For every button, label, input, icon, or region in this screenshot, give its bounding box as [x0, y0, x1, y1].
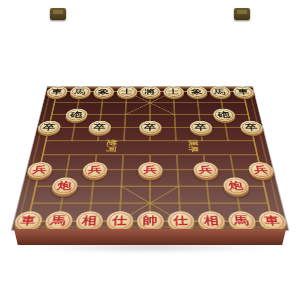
board-intersection: 車 [44, 86, 70, 97]
board-intersection: 砲 [211, 109, 238, 121]
xiangqi-piece-black[interactable]: 卒 [239, 121, 264, 134]
board-intersection: 卒 [86, 121, 113, 134]
river-inscription-han: 漢界 [182, 141, 203, 150]
board-intersection: 車 [230, 86, 256, 97]
board-intersection [114, 97, 139, 109]
xiangqi-piece-red[interactable]: 相 [197, 211, 226, 230]
board-intersection: 炮 [220, 178, 251, 194]
board-intersection [112, 121, 138, 134]
board-intersection [242, 148, 272, 163]
board-intersection [216, 148, 245, 163]
board-intersection: 卒 [237, 121, 265, 134]
board-intersection [162, 109, 187, 121]
board-intersection [20, 178, 52, 194]
board-intersection: 仕 [165, 212, 197, 231]
board-intersection: 馬 [225, 212, 259, 231]
board-intersection: 馬 [67, 86, 92, 97]
board-intersection [214, 134, 242, 148]
xiangqi-piece-red[interactable]: 炮 [222, 177, 250, 194]
board-intersection: 士 [115, 86, 139, 97]
xiangqi-set-photo: 楚河 漢界 車馬象士將士象馬車砲砲卒卒卒卒卒兵兵兵兵兵炮炮車馬相仕帥仕相馬車 [0, 0, 300, 300]
board-intersection: 兵 [136, 162, 164, 177]
board-intersection [136, 148, 163, 163]
board-intersection [251, 194, 284, 212]
board-intersection [38, 109, 65, 121]
board-intersection: 砲 [63, 109, 90, 121]
board-intersection [107, 178, 136, 194]
board-intersection [162, 97, 187, 109]
xiangqi-piece-black[interactable]: 車 [232, 86, 255, 97]
board-intersection [60, 121, 87, 134]
board-intersection [31, 134, 60, 148]
board-intersection [212, 121, 239, 134]
xiangqi-piece-black[interactable]: 卒 [189, 121, 213, 134]
board-intersection [45, 194, 77, 212]
board-intersection [113, 109, 138, 121]
board-intersection [209, 97, 235, 109]
river-char: 漢界 [185, 139, 201, 152]
board-intersection [78, 178, 108, 194]
latch-left-icon [50, 8, 66, 20]
board-intersection [41, 97, 67, 109]
xiangqi-piece-red[interactable]: 馬 [43, 211, 73, 230]
xiangqi-piece-black[interactable]: 卒 [139, 121, 161, 134]
xiangqi-piece-black[interactable]: 馬 [69, 86, 91, 97]
board-intersection [248, 178, 280, 194]
board-intersection [75, 194, 106, 212]
xiangqi-piece-black[interactable]: 卒 [88, 121, 112, 134]
board-intersection: 士 [161, 86, 185, 97]
xiangqi-piece-black[interactable]: 將 [140, 86, 161, 97]
board-intersection [235, 109, 262, 121]
xiangqi-piece-black[interactable]: 士 [163, 86, 184, 97]
board-intersection [135, 194, 165, 212]
board-intersection [88, 109, 114, 121]
board-intersection: 兵 [191, 162, 220, 177]
board-intersection: 卒 [35, 121, 63, 134]
board-intersection [138, 97, 162, 109]
xiangqi-piece-black[interactable]: 馬 [209, 86, 231, 97]
board-intersection: 馬 [207, 86, 232, 97]
xiangqi-piece-red[interactable]: 車 [12, 211, 43, 230]
board-intersection [52, 162, 82, 177]
board-intersection [136, 178, 165, 194]
board-intersection: 馬 [41, 212, 75, 231]
xiangqi-piece-red[interactable]: 兵 [138, 162, 162, 178]
board-intersection: 卒 [187, 121, 214, 134]
board-grid: 車馬象士將士象馬車砲砲卒卒卒卒卒兵兵兵兵兵炮炮車馬相仕帥仕相馬車 [10, 86, 289, 230]
latch-right-icon [234, 8, 250, 20]
xiangqi-piece-red[interactable]: 兵 [25, 162, 53, 178]
board-intersection [89, 97, 114, 109]
board-intersection [240, 134, 269, 148]
board-intersection: 炮 [49, 178, 80, 194]
xiangqi-piece-black[interactable]: 砲 [64, 109, 88, 122]
box-front-edge [14, 229, 286, 245]
board-intersection: 兵 [80, 162, 109, 177]
board-intersection [164, 194, 194, 212]
xiangqi-piece-red[interactable]: 仕 [105, 211, 133, 230]
board-intersection: 相 [72, 212, 105, 231]
board-intersection: 象 [91, 86, 116, 97]
xiangqi-piece-red[interactable]: 車 [257, 211, 288, 230]
board-intersection [185, 97, 210, 109]
board-intersection [28, 148, 58, 163]
board-intersection: 相 [195, 212, 228, 231]
xiangqi-piece-red[interactable]: 炮 [50, 177, 78, 194]
board-intersection [55, 148, 84, 163]
board-intersection [162, 121, 188, 134]
board-intersection [192, 178, 222, 194]
board-intersection [65, 97, 91, 109]
board-intersection [186, 109, 212, 121]
xiangqi-piece-red[interactable]: 兵 [247, 162, 275, 178]
board-intersection [138, 109, 163, 121]
board-intersection [233, 97, 259, 109]
board-intersection: 象 [184, 86, 209, 97]
board-intersection: 車 [10, 212, 45, 231]
board-intersection: 卒 [137, 121, 163, 134]
board-intersection [164, 178, 193, 194]
xiangqi-piece-black[interactable]: 車 [45, 86, 68, 97]
xiangqi-piece-black[interactable]: 象 [186, 86, 208, 97]
xiangqi-piece-black[interactable]: 象 [93, 86, 115, 97]
board-intersection [193, 194, 224, 212]
board-intersection [105, 194, 135, 212]
river-char: 楚河 [103, 139, 118, 152]
board-intersection: 帥 [134, 212, 165, 231]
xiangqi-piece-red[interactable]: 仕 [167, 211, 195, 230]
xiangqi-piece-red[interactable]: 相 [74, 211, 103, 230]
board-intersection [15, 194, 48, 212]
board-intersection [164, 162, 193, 177]
board-intersection: 將 [138, 86, 162, 97]
river-inscription-chu: 楚河 [100, 141, 121, 150]
board-intersection: 車 [255, 212, 290, 231]
xiangqi-piece-red[interactable]: 兵 [82, 162, 108, 178]
xiangqi-piece-red[interactable]: 帥 [136, 211, 163, 230]
xiangqi-piece-red[interactable]: 馬 [227, 211, 257, 230]
board-intersection: 仕 [103, 212, 135, 231]
board-intersection [222, 194, 254, 212]
board-intersection [58, 134, 86, 148]
xiangqi-piece-red[interactable]: 兵 [193, 162, 219, 178]
board-intersection [137, 134, 163, 148]
board-intersection [108, 162, 137, 177]
xiangqi-piece-black[interactable]: 卒 [36, 121, 61, 134]
xiangqi-piece-black[interactable]: 士 [116, 86, 137, 97]
board-intersection: 兵 [245, 162, 276, 177]
xiangqi-piece-black[interactable]: 砲 [212, 109, 236, 122]
board-intersection: 兵 [24, 162, 55, 177]
board-intersection [218, 162, 248, 177]
xiangqi-board: 楚河 漢界 車馬象士將士象馬車砲砲卒卒卒卒卒兵兵兵兵兵炮炮車馬相仕帥仕相馬車 [12, 87, 288, 230]
